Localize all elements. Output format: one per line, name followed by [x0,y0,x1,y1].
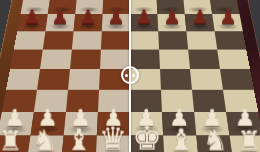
chess-comparison-view: ♜♞♝♛♚♝♞♜♟♟♟♟♟♟♟♟♟♟♟♟♟♟♟♟♜♞♝♛♚♝♞♜ ♜♞♝♛♚♝♞… [0,0,260,152]
square-b1[interactable]: ♞ [27,136,64,152]
square-g7[interactable]: ♟ [185,14,215,31]
piece-white-bishop[interactable]: ♝ [164,125,198,152]
piece-black-pawn[interactable]: ♟ [186,8,214,28]
square-g1[interactable]: ♞ [196,136,233,152]
piece-white-king[interactable]: ♚ [130,122,164,152]
piece-white-bishop[interactable]: ♝ [62,125,96,152]
square-g4[interactable] [190,69,223,90]
square-a4[interactable] [6,69,40,90]
square-f4[interactable] [160,69,192,90]
square-a7[interactable]: ♟ [17,14,48,31]
piece-black-pawn[interactable]: ♟ [18,8,46,28]
square-b7[interactable]: ♟ [45,14,75,31]
piece-white-queen[interactable]: ♛ [96,123,130,152]
square-f1[interactable]: ♝ [163,136,199,152]
square-f6[interactable] [158,31,188,49]
piece-black-pawn[interactable]: ♟ [74,8,102,28]
comparison-slider-handle[interactable] [121,66,139,84]
square-d1[interactable]: ♛ [96,136,130,152]
square-d6[interactable] [101,31,130,49]
square-c5[interactable] [70,50,101,69]
square-d7[interactable]: ♟ [102,14,130,31]
square-h5[interactable] [217,50,250,69]
piece-white-rook[interactable]: ♜ [0,128,28,152]
square-b6[interactable] [43,31,74,49]
square-h7[interactable]: ♟ [212,14,243,31]
piece-white-rook[interactable]: ♜ [232,128,260,152]
square-h4[interactable] [220,69,254,90]
square-e7[interactable]: ♟ [130,14,158,31]
piece-black-pawn[interactable]: ♟ [102,8,130,28]
piece-black-pawn[interactable]: ♟ [46,8,74,28]
square-c4[interactable] [68,69,100,90]
square-a1[interactable]: ♜ [0,136,30,152]
square-c6[interactable] [72,31,102,49]
square-b4[interactable] [37,69,70,90]
square-e5[interactable] [130,50,160,69]
square-e1[interactable]: ♚ [130,136,164,152]
square-b5[interactable] [40,50,72,69]
square-c7[interactable]: ♟ [74,14,103,31]
square-c1[interactable]: ♝ [61,136,97,152]
piece-black-pawn[interactable]: ♟ [214,8,242,28]
square-a6[interactable] [14,31,46,49]
square-f5[interactable] [159,50,190,69]
square-h1[interactable]: ♜ [230,136,260,152]
square-a5[interactable] [10,50,43,69]
square-e6[interactable] [130,31,159,49]
square-g6[interactable] [186,31,217,49]
square-f7[interactable]: ♟ [157,14,186,31]
slider-right-dot-icon [132,74,135,77]
slider-left-dot-icon [125,74,128,77]
piece-black-pawn[interactable]: ♟ [130,8,158,28]
piece-white-knight[interactable]: ♞ [198,127,232,152]
piece-white-knight[interactable]: ♞ [28,127,62,152]
square-h6[interactable] [215,31,247,49]
square-g5[interactable] [188,50,220,69]
piece-black-pawn[interactable]: ♟ [158,8,186,28]
